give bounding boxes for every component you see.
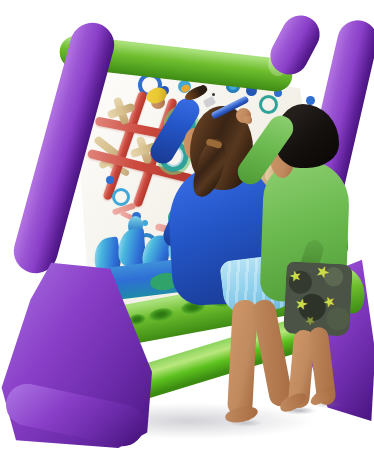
star-print: ★ — [288, 268, 303, 284]
boy-shorts: ★ ★ ★ ★ ★ — [283, 261, 353, 336]
star-print: ★ — [321, 293, 338, 311]
product-photo: ★ ★ ★ ★ ★ — [0, 0, 374, 450]
star-print: ★ — [293, 296, 309, 314]
boy-thumb — [244, 116, 252, 124]
paintbrush-ferrule — [203, 96, 216, 108]
star-print: ★ — [302, 313, 318, 329]
star-print: ★ — [313, 262, 332, 282]
boy-painting: ★ ★ ★ ★ ★ — [0, 0, 374, 450]
